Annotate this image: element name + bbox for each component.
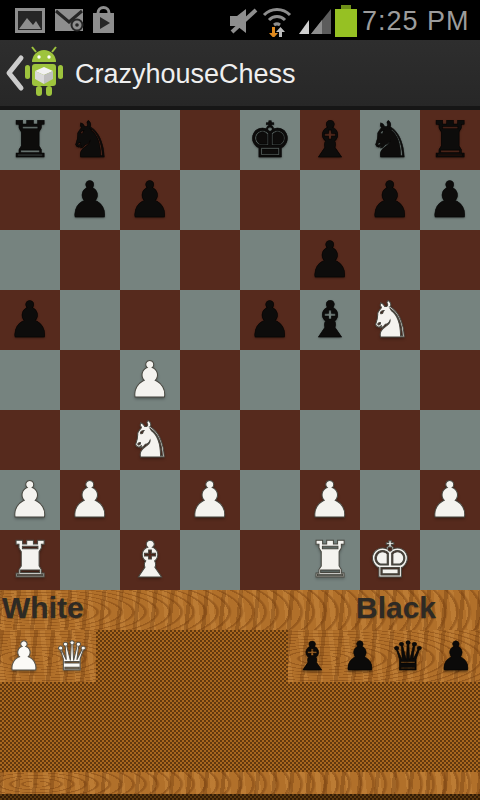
chess-board: ♜♞♚♝♞♜♟♟♟♟♟♟♟♝♞♟♞♟♟♟♟♟♜♝♜♚ (0, 110, 480, 590)
piece-white-bishop[interactable]: ♝ (128, 530, 173, 590)
square-c7[interactable]: ♟ (120, 170, 180, 230)
piece-white-rook[interactable]: ♜ (308, 530, 353, 590)
square-g6[interactable] (360, 230, 420, 290)
piece-white-knight[interactable]: ♞ (368, 290, 413, 350)
square-a5[interactable]: ♟ (0, 290, 60, 350)
piece-black-pawn[interactable]: ♟ (428, 170, 473, 230)
square-e8[interactable]: ♚ (240, 110, 300, 170)
piece-white-pawn[interactable]: ♟ (308, 470, 353, 530)
square-a1[interactable]: ♜ (0, 530, 60, 590)
pocket-piece-white-queen[interactable]: ♛ (54, 630, 90, 682)
white-pocket-label: White (2, 591, 84, 625)
square-d1[interactable] (180, 530, 240, 590)
wifi-updown-icon (262, 5, 294, 37)
piece-black-rook[interactable]: ♜ (8, 110, 53, 170)
status-clock: 7:25 PM (362, 0, 470, 40)
action-bar: CrazyhouseChess (0, 40, 480, 106)
pocket-cell-white[interactable]: ♛ (48, 630, 96, 682)
piece-black-king[interactable]: ♚ (248, 110, 293, 170)
pocket-tray: White Black ♟♛ ♝♟♛♟ (0, 590, 480, 800)
square-d5[interactable] (180, 290, 240, 350)
pocket-piece-black-pawn[interactable]: ♟ (342, 630, 378, 682)
piece-black-pawn[interactable]: ♟ (128, 170, 173, 230)
square-b5[interactable] (60, 290, 120, 350)
square-f1[interactable]: ♜ (300, 530, 360, 590)
square-e5[interactable]: ♟ (240, 290, 300, 350)
square-a7[interactable] (0, 170, 60, 230)
tray-bottom-band (0, 772, 480, 794)
square-g7[interactable]: ♟ (360, 170, 420, 230)
pocket-cell-black[interactable]: ♟ (432, 630, 480, 682)
square-f8[interactable]: ♝ (300, 110, 360, 170)
square-d7[interactable] (180, 170, 240, 230)
play-store-icon (90, 5, 117, 34)
square-g8[interactable]: ♞ (360, 110, 420, 170)
piece-white-pawn[interactable]: ♟ (428, 470, 473, 530)
pocket-piece-white-pawn[interactable]: ♟ (6, 630, 42, 682)
square-c3[interactable]: ♞ (120, 410, 180, 470)
piece-black-pawn[interactable]: ♟ (368, 170, 413, 230)
pocket-cell-black[interactable]: ♝ (288, 630, 336, 682)
piece-white-king[interactable]: ♚ (368, 530, 413, 590)
square-a8[interactable]: ♜ (0, 110, 60, 170)
piece-black-rook[interactable]: ♜ (428, 110, 473, 170)
square-a3[interactable] (0, 410, 60, 470)
square-a2[interactable]: ♟ (0, 470, 60, 530)
square-f7[interactable] (300, 170, 360, 230)
square-h3[interactable] (420, 410, 480, 470)
square-e1[interactable] (240, 530, 300, 590)
square-f2[interactable]: ♟ (300, 470, 360, 530)
piece-black-knight[interactable]: ♞ (68, 110, 113, 170)
square-b1[interactable] (60, 530, 120, 590)
square-d3[interactable] (180, 410, 240, 470)
square-e2[interactable] (240, 470, 300, 530)
square-c5[interactable] (120, 290, 180, 350)
piece-black-bishop[interactable]: ♝ (308, 290, 353, 350)
piece-black-bishop[interactable]: ♝ (308, 110, 353, 170)
black-pocket-label: Black (356, 591, 436, 625)
piece-white-pawn[interactable]: ♟ (188, 470, 233, 530)
square-f6[interactable]: ♟ (300, 230, 360, 290)
square-b6[interactable] (60, 230, 120, 290)
square-b2[interactable]: ♟ (60, 470, 120, 530)
piece-white-pawn[interactable]: ♟ (8, 470, 53, 530)
square-h7[interactable]: ♟ (420, 170, 480, 230)
square-h5[interactable] (420, 290, 480, 350)
square-c6[interactable] (120, 230, 180, 290)
square-f4[interactable] (300, 350, 360, 410)
status-bar: 7:25 PM (0, 0, 480, 40)
pocket-cell-black[interactable]: ♛ (384, 630, 432, 682)
square-d4[interactable] (180, 350, 240, 410)
square-e6[interactable] (240, 230, 300, 290)
pocket-cell-white[interactable]: ♟ (0, 630, 48, 682)
square-g1[interactable]: ♚ (360, 530, 420, 590)
square-b7[interactable]: ♟ (60, 170, 120, 230)
battery-icon (334, 5, 360, 37)
signal-strength-icon (298, 8, 332, 35)
email-icon (55, 9, 85, 33)
square-g5[interactable]: ♞ (360, 290, 420, 350)
gallery-icon (14, 7, 46, 34)
square-d6[interactable] (180, 230, 240, 290)
piece-white-pawn[interactable]: ♟ (128, 350, 173, 410)
square-h1[interactable] (420, 530, 480, 590)
app-title: CrazyhouseChess (75, 40, 296, 106)
square-b8[interactable]: ♞ (60, 110, 120, 170)
tray-header-wood: White Black (0, 590, 480, 630)
square-g3[interactable] (360, 410, 420, 470)
square-d2[interactable]: ♟ (180, 470, 240, 530)
piece-black-pawn[interactable]: ♟ (8, 290, 53, 350)
mute-icon (228, 8, 260, 34)
square-f5[interactable]: ♝ (300, 290, 360, 350)
pocket-row: ♟♛ ♝♟♛♟ (0, 630, 480, 682)
square-h6[interactable] (420, 230, 480, 290)
piece-black-pawn[interactable]: ♟ (308, 230, 353, 290)
black-pocket: ♝♟♛♟ (288, 630, 480, 682)
app-android-icon (24, 46, 64, 98)
square-g4[interactable] (360, 350, 420, 410)
piece-black-knight[interactable]: ♞ (368, 110, 413, 170)
pocket-cell-black[interactable]: ♟ (336, 630, 384, 682)
pocket-empty-area (96, 630, 288, 682)
square-b3[interactable] (60, 410, 120, 470)
pocket-piece-black-bishop[interactable]: ♝ (294, 630, 330, 682)
piece-black-pawn[interactable]: ♟ (68, 170, 113, 230)
phone-screen: 7:25 PM CrazyhouseChess ♜♞♚♝♞♜♟♟♟♟♟♟♟♝♞♟… (0, 0, 480, 800)
piece-black-pawn[interactable]: ♟ (248, 290, 293, 350)
square-a6[interactable] (0, 230, 60, 290)
square-c1[interactable]: ♝ (120, 530, 180, 590)
piece-white-knight[interactable]: ♞ (128, 410, 173, 470)
square-c8[interactable] (120, 110, 180, 170)
square-h4[interactable] (420, 350, 480, 410)
square-c4[interactable]: ♟ (120, 350, 180, 410)
tray-bottom-edge (0, 794, 480, 800)
square-b4[interactable] (60, 350, 120, 410)
square-g2[interactable] (360, 470, 420, 530)
square-e7[interactable] (240, 170, 300, 230)
square-a4[interactable] (0, 350, 60, 410)
square-c2[interactable] (120, 470, 180, 530)
piece-white-pawn[interactable]: ♟ (68, 470, 113, 530)
pocket-piece-black-queen[interactable]: ♛ (390, 630, 426, 682)
square-h8[interactable]: ♜ (420, 110, 480, 170)
square-h2[interactable]: ♟ (420, 470, 480, 530)
square-d8[interactable] (180, 110, 240, 170)
square-e3[interactable] (240, 410, 300, 470)
back-chevron-icon[interactable] (5, 54, 25, 92)
white-pocket: ♟♛ (0, 630, 96, 682)
tray-lower-wood (0, 682, 480, 772)
square-f3[interactable] (300, 410, 360, 470)
piece-white-rook[interactable]: ♜ (8, 530, 53, 590)
square-e4[interactable] (240, 350, 300, 410)
pocket-piece-black-pawn[interactable]: ♟ (438, 630, 474, 682)
